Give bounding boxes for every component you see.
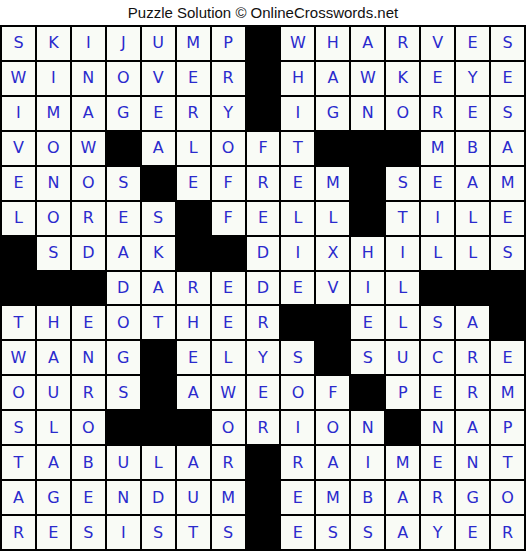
cell-r3c11: N: [351, 97, 384, 130]
block-cell-r6c11: [351, 202, 384, 235]
block-cell-r5c5: [142, 167, 175, 200]
cell-r14c5: D: [142, 481, 175, 514]
cell-r15c6: T: [177, 516, 210, 549]
cell-r14c12: A: [386, 481, 419, 514]
cell-r1c13: V: [421, 27, 454, 60]
cell-r9c4: O: [107, 306, 140, 339]
cell-r12c11: N: [351, 411, 384, 444]
cell-r7c9: I: [281, 237, 314, 270]
block-cell-r9c9: [281, 306, 314, 339]
cell-r7c14: L: [456, 237, 489, 270]
block-cell-r7c7: [212, 237, 245, 270]
cell-r9c5: T: [142, 306, 175, 339]
cell-r3c14: E: [456, 97, 489, 130]
cell-r2c6: E: [177, 62, 210, 95]
crossword-grid: SKIJUMPWHARVESWINOVERHAWKEYEIMAGERYIGNOR…: [0, 25, 526, 551]
block-cell-r12c5: [142, 411, 175, 444]
cell-r8c7: E: [212, 272, 245, 305]
cell-r9c13: S: [421, 306, 454, 339]
cell-r12c2: L: [37, 411, 70, 444]
block-cell-r4c12: [386, 132, 419, 165]
cell-r10c14: R: [456, 341, 489, 374]
cell-r15c5: S: [142, 516, 175, 549]
cell-r6c9: L: [281, 202, 314, 235]
cell-r5c1: E: [2, 167, 35, 200]
cell-r11c6: A: [177, 376, 210, 409]
block-cell-r4c4: [107, 132, 140, 165]
cell-r10c9: S: [281, 341, 314, 374]
block-cell-r8c15: [491, 272, 524, 305]
cell-r10c4: G: [107, 341, 140, 374]
cell-r15c9: E: [281, 516, 314, 549]
cell-r8c12: L: [386, 272, 419, 305]
block-cell-r8c1: [2, 272, 35, 305]
cell-r7c3: D: [72, 237, 105, 270]
cell-r9c2: H: [37, 306, 70, 339]
cell-r9c8: R: [247, 306, 280, 339]
cell-r5c7: F: [212, 167, 245, 200]
cell-r11c15: M: [491, 376, 524, 409]
cell-r10c7: L: [212, 341, 245, 374]
cell-r11c2: U: [37, 376, 70, 409]
block-cell-r15c8: [247, 516, 280, 549]
cell-r13c10: A: [316, 446, 349, 479]
cell-r5c14: A: [456, 167, 489, 200]
page-title: Puzzle Solution © OnlineCrosswords.net: [128, 4, 398, 21]
block-cell-r4c10: [316, 132, 349, 165]
cell-r2c4: O: [107, 62, 140, 95]
block-cell-r11c5: [142, 376, 175, 409]
cell-r10c8: Y: [247, 341, 280, 374]
cell-r1c11: A: [351, 27, 384, 60]
cell-r12c3: O: [72, 411, 105, 444]
cell-r6c12: T: [386, 202, 419, 235]
cell-r5c4: S: [107, 167, 140, 200]
cell-r9c11: E: [351, 306, 384, 339]
block-cell-r7c6: [177, 237, 210, 270]
cell-r4c8: F: [247, 132, 280, 165]
cell-r6c15: E: [491, 202, 524, 235]
cell-r11c13: E: [421, 376, 454, 409]
block-cell-r12c4: [107, 411, 140, 444]
cell-r11c8: E: [247, 376, 280, 409]
cell-r13c2: A: [37, 446, 70, 479]
cell-r13c14: N: [456, 446, 489, 479]
cell-r12c14: A: [456, 411, 489, 444]
cell-r13c1: T: [2, 446, 35, 479]
block-cell-r14c8: [247, 481, 280, 514]
block-cell-r12c12: [386, 411, 419, 444]
cell-r8c10: V: [316, 272, 349, 305]
cell-r13c4: U: [107, 446, 140, 479]
cell-r10c2: A: [37, 341, 70, 374]
cell-r15c4: I: [107, 516, 140, 549]
cell-r13c7: R: [212, 446, 245, 479]
block-cell-r5c11: [351, 167, 384, 200]
cell-r10c3: N: [72, 341, 105, 374]
cell-r1c9: W: [281, 27, 314, 60]
block-cell-r9c10: [316, 306, 349, 339]
cell-r6c14: L: [456, 202, 489, 235]
cell-r8c11: I: [351, 272, 384, 305]
cell-r1c14: E: [456, 27, 489, 60]
cell-r11c10: F: [316, 376, 349, 409]
cell-r13c9: R: [281, 446, 314, 479]
cell-r4c13: M: [421, 132, 454, 165]
cell-r12c13: N: [421, 411, 454, 444]
cell-r9c14: A: [456, 306, 489, 339]
cell-r8c5: A: [142, 272, 175, 305]
cell-r5c12: S: [386, 167, 419, 200]
cell-r4c7: O: [212, 132, 245, 165]
cell-r14c6: U: [177, 481, 210, 514]
cell-r10c12: U: [386, 341, 419, 374]
cell-r13c15: T: [491, 446, 524, 479]
cell-r14c14: G: [456, 481, 489, 514]
cell-r15c13: Y: [421, 516, 454, 549]
cell-r6c1: L: [2, 202, 35, 235]
cell-r1c10: H: [316, 27, 349, 60]
cell-r14c4: N: [107, 481, 140, 514]
title-bar: Puzzle Solution © OnlineCrosswords.net: [0, 0, 526, 25]
cell-r6c7: F: [212, 202, 245, 235]
cell-r8c6: R: [177, 272, 210, 305]
cell-r6c2: O: [37, 202, 70, 235]
cell-r14c10: M: [316, 481, 349, 514]
cell-r1c1: S: [2, 27, 35, 60]
cell-r9c3: E: [72, 306, 105, 339]
cell-r5c3: O: [72, 167, 105, 200]
cell-r3c10: G: [316, 97, 349, 130]
cell-r15c1: R: [2, 516, 35, 549]
block-cell-r2c8: [247, 62, 280, 95]
cell-r10c11: S: [351, 341, 384, 374]
cell-r5c9: E: [281, 167, 314, 200]
cell-r11c9: O: [281, 376, 314, 409]
cell-r12c9: I: [281, 411, 314, 444]
cell-r7c13: L: [421, 237, 454, 270]
cell-r14c13: R: [421, 481, 454, 514]
cell-r11c14: R: [456, 376, 489, 409]
cell-r2c12: K: [386, 62, 419, 95]
cell-r15c7: S: [212, 516, 245, 549]
cell-r6c3: R: [72, 202, 105, 235]
cell-r12c10: O: [316, 411, 349, 444]
cell-r6c5: S: [142, 202, 175, 235]
block-cell-r9c15: [491, 306, 524, 339]
cell-r11c3: R: [72, 376, 105, 409]
cell-r14c7: M: [212, 481, 245, 514]
block-cell-r3c8: [247, 97, 280, 130]
cell-r8c4: D: [107, 272, 140, 305]
cell-r3c2: M: [37, 97, 70, 130]
cell-r1c5: U: [142, 27, 175, 60]
cell-r11c12: P: [386, 376, 419, 409]
block-cell-r1c8: [247, 27, 280, 60]
cell-r10c15: E: [491, 341, 524, 374]
cell-r11c7: W: [212, 376, 245, 409]
cell-r12c1: S: [2, 411, 35, 444]
cell-r1c2: K: [37, 27, 70, 60]
cell-r2c3: N: [72, 62, 105, 95]
cell-r9c7: E: [212, 306, 245, 339]
cell-r4c2: O: [37, 132, 70, 165]
cell-r3c3: A: [72, 97, 105, 130]
cell-r11c1: O: [2, 376, 35, 409]
block-cell-r4c11: [351, 132, 384, 165]
cell-r2c13: E: [421, 62, 454, 95]
block-cell-r8c14: [456, 272, 489, 305]
cell-r15c11: S: [351, 516, 384, 549]
cell-r14c11: B: [351, 481, 384, 514]
block-cell-r13c8: [247, 446, 280, 479]
cell-r4c6: L: [177, 132, 210, 165]
cell-r13c12: M: [386, 446, 419, 479]
cell-r10c6: E: [177, 341, 210, 374]
cell-r7c2: S: [37, 237, 70, 270]
cell-r9c6: H: [177, 306, 210, 339]
cell-r7c8: D: [247, 237, 280, 270]
cell-r14c3: E: [72, 481, 105, 514]
cell-r5c10: M: [316, 167, 349, 200]
block-cell-r10c10: [316, 341, 349, 374]
cell-r2c10: A: [316, 62, 349, 95]
cell-r4c14: B: [456, 132, 489, 165]
cell-r3c6: R: [177, 97, 210, 130]
cell-r15c10: S: [316, 516, 349, 549]
puzzle-solution-page: Puzzle Solution © OnlineCrosswords.net S…: [0, 0, 526, 551]
cell-r4c3: W: [72, 132, 105, 165]
cell-r14c1: A: [2, 481, 35, 514]
cell-r1c15: S: [491, 27, 524, 60]
block-cell-r8c2: [37, 272, 70, 305]
cell-r5c15: M: [491, 167, 524, 200]
cell-r14c2: G: [37, 481, 70, 514]
cell-r4c9: T: [281, 132, 314, 165]
cell-r10c1: W: [2, 341, 35, 374]
cell-r4c5: A: [142, 132, 175, 165]
cell-r3c5: E: [142, 97, 175, 130]
block-cell-r10c5: [142, 341, 175, 374]
block-cell-r8c13: [421, 272, 454, 305]
cell-r15c3: S: [72, 516, 105, 549]
cell-r5c6: E: [177, 167, 210, 200]
cell-r13c6: A: [177, 446, 210, 479]
cell-r5c13: E: [421, 167, 454, 200]
cell-r9c12: L: [386, 306, 419, 339]
cell-r13c13: E: [421, 446, 454, 479]
cell-r5c8: R: [247, 167, 280, 200]
cell-r1c12: R: [386, 27, 419, 60]
cell-r2c9: H: [281, 62, 314, 95]
cell-r3c4: G: [107, 97, 140, 130]
cell-r4c1: V: [2, 132, 35, 165]
block-cell-r8c3: [72, 272, 105, 305]
cell-r9c1: T: [2, 306, 35, 339]
cell-r5c2: N: [37, 167, 70, 200]
cell-r2c15: E: [491, 62, 524, 95]
cell-r11c4: S: [107, 376, 140, 409]
cell-r7c12: I: [386, 237, 419, 270]
cell-r13c3: B: [72, 446, 105, 479]
cell-r13c11: I: [351, 446, 384, 479]
cell-r7c10: X: [316, 237, 349, 270]
cell-r15c12: A: [386, 516, 419, 549]
block-cell-r6c6: [177, 202, 210, 235]
cell-r3c9: I: [281, 97, 314, 130]
block-cell-r12c6: [177, 411, 210, 444]
cell-r1c3: I: [72, 27, 105, 60]
cell-r2c7: R: [212, 62, 245, 95]
cell-r7c11: H: [351, 237, 384, 270]
cell-r15c2: E: [37, 516, 70, 549]
cell-r3c13: R: [421, 97, 454, 130]
cell-r3c12: O: [386, 97, 419, 130]
cell-r15c15: R: [491, 516, 524, 549]
cell-r2c5: V: [142, 62, 175, 95]
cell-r2c2: I: [37, 62, 70, 95]
cell-r2c11: W: [351, 62, 384, 95]
cell-r8c8: D: [247, 272, 280, 305]
cell-r7c15: S: [491, 237, 524, 270]
cell-r6c10: L: [316, 202, 349, 235]
cell-r2c1: W: [2, 62, 35, 95]
cell-r4c15: A: [491, 132, 524, 165]
cell-r6c13: I: [421, 202, 454, 235]
cell-r3c7: Y: [212, 97, 245, 130]
cell-r2c14: Y: [456, 62, 489, 95]
block-cell-r11c11: [351, 376, 384, 409]
cell-r3c1: I: [2, 97, 35, 130]
cell-r10c13: C: [421, 341, 454, 374]
cell-r13c5: L: [142, 446, 175, 479]
cell-r14c9: E: [281, 481, 314, 514]
cell-r8c9: E: [281, 272, 314, 305]
block-cell-r7c1: [2, 237, 35, 270]
cell-r12c7: O: [212, 411, 245, 444]
cell-r7c4: A: [107, 237, 140, 270]
cell-r7c5: K: [142, 237, 175, 270]
cell-r6c4: E: [107, 202, 140, 235]
cell-r1c4: J: [107, 27, 140, 60]
cell-r6c8: E: [247, 202, 280, 235]
cell-r1c7: P: [212, 27, 245, 60]
cell-r12c8: R: [247, 411, 280, 444]
cell-r1c6: M: [177, 27, 210, 60]
cell-r15c14: E: [456, 516, 489, 549]
cell-r12c15: P: [491, 411, 524, 444]
cell-r14c15: O: [491, 481, 524, 514]
cell-r3c15: S: [491, 97, 524, 130]
